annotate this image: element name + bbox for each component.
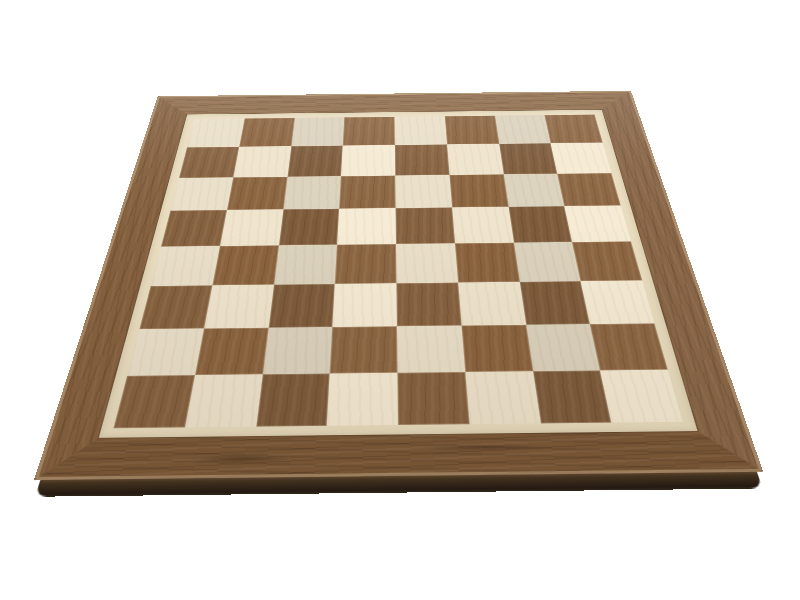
square-h7[interactable] bbox=[551, 143, 612, 174]
square-b7[interactable] bbox=[233, 146, 291, 177]
square-f5[interactable] bbox=[452, 207, 514, 243]
square-a8[interactable] bbox=[187, 118, 244, 147]
square-a3[interactable] bbox=[140, 285, 213, 329]
square-a7[interactable] bbox=[179, 147, 239, 178]
square-c5[interactable] bbox=[279, 209, 340, 246]
square-e6[interactable] bbox=[395, 175, 452, 209]
square-d5[interactable] bbox=[337, 208, 396, 244]
square-d7[interactable] bbox=[341, 145, 395, 176]
square-d2[interactable] bbox=[330, 326, 398, 374]
square-f8[interactable] bbox=[445, 116, 499, 145]
square-b8[interactable] bbox=[239, 118, 294, 147]
square-b1[interactable] bbox=[185, 374, 263, 427]
square-d3[interactable] bbox=[333, 283, 397, 327]
square-f7[interactable] bbox=[447, 144, 503, 175]
square-g1[interactable] bbox=[533, 371, 612, 424]
square-c3[interactable] bbox=[268, 284, 335, 328]
square-a5[interactable] bbox=[161, 210, 227, 247]
square-h2[interactable] bbox=[590, 323, 668, 371]
square-c7[interactable] bbox=[287, 145, 343, 176]
square-f1[interactable] bbox=[465, 371, 540, 424]
square-h1[interactable] bbox=[600, 370, 682, 423]
square-c4[interactable] bbox=[274, 245, 338, 285]
square-g5[interactable] bbox=[508, 206, 572, 242]
square-g4[interactable] bbox=[513, 242, 580, 282]
square-a6[interactable] bbox=[170, 177, 233, 211]
square-h5[interactable] bbox=[564, 206, 631, 242]
square-g6[interactable] bbox=[503, 173, 564, 206]
square-f4[interactable] bbox=[455, 243, 520, 283]
square-f6[interactable] bbox=[449, 174, 508, 208]
square-c6[interactable] bbox=[283, 176, 341, 210]
square-a2[interactable] bbox=[127, 328, 204, 376]
square-e7[interactable] bbox=[395, 144, 449, 175]
photo-background bbox=[0, 0, 800, 600]
square-d6[interactable] bbox=[339, 175, 395, 209]
square-b5[interactable] bbox=[220, 209, 283, 246]
square-e1[interactable] bbox=[397, 372, 469, 425]
square-c2[interactable] bbox=[262, 327, 332, 375]
square-e3[interactable] bbox=[396, 282, 461, 325]
square-h3[interactable] bbox=[581, 280, 655, 323]
square-b6[interactable] bbox=[227, 176, 287, 210]
square-b3[interactable] bbox=[204, 284, 274, 328]
square-h4[interactable] bbox=[572, 241, 642, 281]
square-f3[interactable] bbox=[458, 282, 526, 325]
squares-grid bbox=[113, 114, 682, 428]
chess-board bbox=[34, 91, 763, 480]
square-a1[interactable] bbox=[113, 375, 194, 428]
playing-field-border bbox=[99, 110, 698, 438]
square-g7[interactable] bbox=[499, 143, 558, 174]
square-e5[interactable] bbox=[396, 208, 455, 244]
frame-bottom bbox=[34, 430, 763, 480]
square-h6[interactable] bbox=[557, 173, 620, 206]
square-d8[interactable] bbox=[343, 117, 395, 146]
square-g3[interactable] bbox=[519, 281, 590, 324]
square-a4[interactable] bbox=[151, 246, 220, 286]
square-d4[interactable] bbox=[335, 244, 396, 284]
square-e4[interactable] bbox=[396, 243, 458, 283]
square-d1[interactable] bbox=[327, 373, 398, 426]
square-c8[interactable] bbox=[291, 117, 345, 146]
square-g8[interactable] bbox=[495, 115, 551, 144]
square-g2[interactable] bbox=[526, 324, 601, 372]
square-b4[interactable] bbox=[212, 245, 278, 285]
square-e2[interactable] bbox=[397, 325, 465, 373]
square-f2[interactable] bbox=[461, 324, 532, 372]
square-b2[interactable] bbox=[195, 327, 269, 375]
square-c1[interactable] bbox=[256, 374, 330, 427]
square-h8[interactable] bbox=[545, 114, 603, 143]
square-e8[interactable] bbox=[395, 116, 447, 145]
